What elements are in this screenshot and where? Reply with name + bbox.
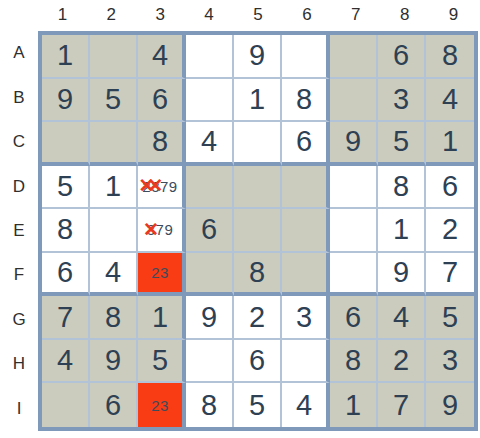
pencil-marks: 2379 (142, 179, 177, 194)
cell-D8[interactable]: 8 (378, 166, 426, 210)
cell-H8[interactable]: 2 (378, 340, 426, 384)
cell-G8[interactable]: 4 (378, 296, 426, 340)
cell-value: 6 (345, 303, 361, 332)
cell-C3[interactable]: 8 (138, 122, 186, 166)
cell-value: 9 (57, 85, 73, 114)
cell-value: 4 (393, 303, 409, 332)
column-label: 4 (185, 0, 234, 30)
cell-I8[interactable]: 7 (378, 383, 426, 427)
cell-value: 4 (442, 85, 458, 114)
cell-G4[interactable]: 9 (186, 296, 234, 340)
cell-B1[interactable]: 9 (42, 79, 90, 123)
cell-value: 1 (393, 215, 409, 244)
column-label: 8 (380, 0, 429, 30)
cell-value: 8 (249, 258, 265, 287)
cell-B3[interactable]: 6 (138, 79, 186, 123)
cell-B6[interactable]: 8 (282, 79, 330, 123)
column-label: 6 (282, 0, 331, 30)
cell-A4[interactable] (186, 35, 234, 79)
cell-I4[interactable]: 8 (186, 383, 234, 427)
cell-F1[interactable]: 6 (42, 253, 90, 297)
cell-C1[interactable] (42, 122, 90, 166)
cell-value: 8 (57, 215, 73, 244)
cell-H4[interactable] (186, 340, 234, 384)
pencil-marks: 379 (147, 222, 174, 237)
cell-F5[interactable]: 8 (234, 253, 282, 297)
cell-D2[interactable]: 1 (90, 166, 138, 210)
row-label: D (0, 164, 38, 208)
cell-I9[interactable]: 9 (426, 383, 474, 427)
sudoku-screen: 123456789 ABCDEFGHI 14968956183484695151… (0, 0, 480, 438)
cell-I3[interactable]: 23 (138, 383, 186, 427)
cell-E3[interactable]: 379 (138, 209, 186, 253)
cell-value: 3 (442, 346, 458, 375)
cell-value: 9 (442, 391, 458, 420)
cell-value: 7 (57, 303, 73, 332)
cell-H2[interactable]: 9 (90, 340, 138, 384)
cell-value: 9 (393, 258, 409, 287)
cell-value: 8 (105, 303, 121, 332)
cell-value: 1 (249, 85, 265, 114)
cell-C8[interactable]: 5 (378, 122, 426, 166)
cell-C7[interactable]: 9 (330, 122, 378, 166)
cell-value: 7 (442, 258, 458, 287)
cell-value: 6 (105, 391, 121, 420)
cell-value: 9 (105, 346, 121, 375)
cell-I5[interactable]: 5 (234, 383, 282, 427)
cell-I6[interactable]: 4 (282, 383, 330, 427)
cell-G5[interactable]: 2 (234, 296, 282, 340)
cell-A9[interactable]: 8 (426, 35, 474, 79)
cell-value: 2 (249, 303, 265, 332)
cell-H6[interactable] (282, 340, 330, 384)
cell-F9[interactable]: 7 (426, 253, 474, 297)
cell-C9[interactable]: 1 (426, 122, 474, 166)
cell-A5[interactable]: 9 (234, 35, 282, 79)
crossed-candidate: 3 (147, 222, 156, 237)
cell-value: 1 (105, 172, 121, 201)
cell-D9[interactable]: 6 (426, 166, 474, 210)
cell-value: 3 (393, 85, 409, 114)
cell-value: 9 (345, 127, 361, 156)
cell-value: 4 (152, 41, 168, 70)
cell-D6[interactable] (282, 166, 330, 210)
cell-F8[interactable]: 9 (378, 253, 426, 297)
crossed-candidate: 3 (151, 179, 160, 194)
cell-value: 6 (249, 346, 265, 375)
column-labels: 123456789 (38, 0, 478, 30)
column-label: 3 (136, 0, 185, 30)
column-label: 5 (234, 0, 283, 30)
cell-value: 3 (296, 303, 312, 332)
cell-B7[interactable] (330, 79, 378, 123)
cell-H5[interactable]: 6 (234, 340, 282, 384)
cell-value: 6 (296, 127, 312, 156)
cell-value: 5 (249, 391, 265, 420)
cell-I2[interactable]: 6 (90, 383, 138, 427)
cell-A1[interactable]: 1 (42, 35, 90, 79)
cell-C5[interactable] (234, 122, 282, 166)
cell-F3[interactable]: 23 (138, 253, 186, 297)
cell-G3[interactable]: 1 (138, 296, 186, 340)
cell-G1[interactable]: 7 (42, 296, 90, 340)
cell-value: 4 (57, 346, 73, 375)
cell-H1[interactable]: 4 (42, 340, 90, 384)
cell-D3[interactable]: 2379 (138, 166, 186, 210)
cell-A3[interactable]: 4 (138, 35, 186, 79)
cell-value: 6 (442, 172, 458, 201)
cell-B5[interactable]: 1 (234, 79, 282, 123)
cell-I1[interactable] (42, 383, 90, 427)
cell-A6[interactable] (282, 35, 330, 79)
cell-C6[interactable]: 6 (282, 122, 330, 166)
cell-B2[interactable]: 5 (90, 79, 138, 123)
cell-H7[interactable]: 8 (330, 340, 378, 384)
cell-C4[interactable]: 4 (186, 122, 234, 166)
cell-value: 5 (393, 127, 409, 156)
cell-F7[interactable] (330, 253, 378, 297)
cell-E1[interactable]: 8 (42, 209, 90, 253)
cell-D7[interactable] (330, 166, 378, 210)
row-label: A (0, 31, 38, 75)
cell-G9[interactable]: 5 (426, 296, 474, 340)
cell-E4[interactable]: 6 (186, 209, 234, 253)
row-label: H (0, 342, 38, 386)
cell-value: 5 (105, 85, 121, 114)
cell-E9[interactable]: 2 (426, 209, 474, 253)
cell-value: 4 (105, 258, 121, 287)
cell-value: 8 (296, 85, 312, 114)
cell-value: 9 (201, 303, 217, 332)
cell-value: 1 (345, 391, 361, 420)
column-label: 7 (331, 0, 380, 30)
cell-value: 8 (201, 391, 217, 420)
cell-value: 4 (296, 391, 312, 420)
cell-value: 8 (442, 41, 458, 70)
cell-value: 8 (345, 346, 361, 375)
cell-value: 1 (57, 41, 73, 70)
cell-E8[interactable]: 1 (378, 209, 426, 253)
cell-C2[interactable] (90, 122, 138, 166)
pencil-marks: 23 (151, 265, 169, 280)
cell-value: 6 (201, 215, 217, 244)
cell-value: 9 (249, 41, 265, 70)
row-label: G (0, 298, 38, 342)
cell-I7[interactable]: 1 (330, 383, 378, 427)
cell-value: 5 (442, 303, 458, 332)
cell-value: 6 (393, 41, 409, 70)
row-labels: ABCDEFGHI (0, 31, 38, 431)
cell-H3[interactable]: 5 (138, 340, 186, 384)
column-label: 1 (38, 0, 87, 30)
cell-B4[interactable] (186, 79, 234, 123)
cell-F2[interactable]: 4 (90, 253, 138, 297)
column-label: 9 (429, 0, 478, 30)
cell-E5[interactable] (234, 209, 282, 253)
row-label: C (0, 120, 38, 164)
cell-value: 1 (152, 303, 168, 332)
row-label: F (0, 253, 38, 297)
cell-B8[interactable]: 3 (378, 79, 426, 123)
cell-G7[interactable]: 6 (330, 296, 378, 340)
cell-value: 2 (442, 215, 458, 244)
cell-A8[interactable]: 6 (378, 35, 426, 79)
row-label: B (0, 75, 38, 119)
cell-D5[interactable] (234, 166, 282, 210)
cell-E6[interactable] (282, 209, 330, 253)
cell-E7[interactable] (330, 209, 378, 253)
cell-value: 8 (152, 127, 168, 156)
cell-value: 6 (152, 85, 168, 114)
sudoku-board: 1496895618348469515123798683796126423897… (38, 31, 478, 431)
row-label: I (0, 387, 38, 431)
cell-value: 7 (393, 391, 409, 420)
cell-value: 1 (442, 127, 458, 156)
cell-value: 2 (393, 346, 409, 375)
cell-D1[interactable]: 5 (42, 166, 90, 210)
row-label: E (0, 209, 38, 253)
column-label: 2 (87, 0, 136, 30)
cell-G2[interactable]: 8 (90, 296, 138, 340)
cell-value: 5 (57, 172, 73, 201)
cell-value: 6 (57, 258, 73, 287)
cell-value: 8 (393, 172, 409, 201)
cell-value: 5 (152, 346, 168, 375)
cell-D4[interactable] (186, 166, 234, 210)
cell-value: 4 (201, 127, 217, 156)
cell-E2[interactable] (90, 209, 138, 253)
cell-A7[interactable] (330, 35, 378, 79)
cell-B9[interactable]: 4 (426, 79, 474, 123)
cell-G6[interactable]: 3 (282, 296, 330, 340)
pencil-marks: 23 (151, 398, 169, 413)
cell-F4[interactable] (186, 253, 234, 297)
cell-A2[interactable] (90, 35, 138, 79)
cell-F6[interactable] (282, 253, 330, 297)
cell-H9[interactable]: 3 (426, 340, 474, 384)
